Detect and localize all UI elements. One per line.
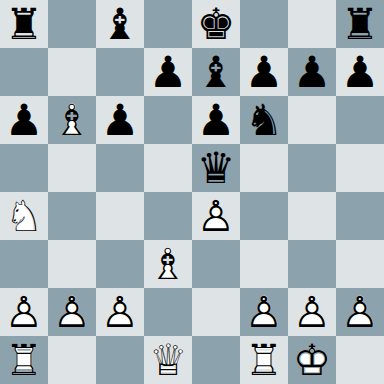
square-h7[interactable]: ♟ [336, 48, 384, 96]
piece-glyph-fill: ♚ [192, 0, 240, 48]
square-f8[interactable] [240, 0, 288, 48]
white-pawn-icon[interactable]: ♟♙ [240, 288, 288, 336]
piece-glyph-fill: ♜ [0, 0, 48, 48]
square-a6[interactable]: ♟ [0, 96, 48, 144]
square-b3[interactable] [48, 240, 96, 288]
black-rook-icon[interactable]: ♜ [336, 0, 384, 48]
square-h8[interactable]: ♜ [336, 0, 384, 48]
square-d7[interactable]: ♟ [144, 48, 192, 96]
square-g4[interactable] [288, 192, 336, 240]
white-pawn-icon[interactable]: ♟♙ [96, 288, 144, 336]
piece-glyph-outline: ♙ [336, 288, 384, 336]
square-c8[interactable]: ♝ [96, 0, 144, 48]
square-g5[interactable] [288, 144, 336, 192]
square-f6[interactable]: ♞ [240, 96, 288, 144]
square-a4[interactable]: ♞♘ [0, 192, 48, 240]
piece-glyph-fill: ♟ [288, 48, 336, 96]
piece-glyph-outline: ♖ [0, 336, 48, 384]
piece-glyph-fill: ♝ [192, 48, 240, 96]
square-g1[interactable]: ♚♔ [288, 336, 336, 384]
square-e6[interactable]: ♟ [192, 96, 240, 144]
chess-board: ♜♝♚♜♟♝♟♟♟♟♝♗♟♟♞♛♞♘♟♙♝♗♟♙♟♙♟♙♟♙♟♙♟♙♜♖♛♕♜♖… [0, 0, 384, 384]
black-bishop-icon[interactable]: ♝ [192, 48, 240, 96]
square-d3[interactable]: ♝♗ [144, 240, 192, 288]
piece-glyph-fill: ♟ [336, 48, 384, 96]
piece-glyph-fill: ♛ [192, 144, 240, 192]
white-pawn-icon[interactable]: ♟♙ [192, 192, 240, 240]
square-g7[interactable]: ♟ [288, 48, 336, 96]
white-rook-icon[interactable]: ♜♖ [240, 336, 288, 384]
square-e5[interactable]: ♛ [192, 144, 240, 192]
piece-glyph-outline: ♙ [96, 288, 144, 336]
white-rook-icon[interactable]: ♜♖ [0, 336, 48, 384]
square-b7[interactable] [48, 48, 96, 96]
piece-glyph-outline: ♕ [144, 336, 192, 384]
square-d2[interactable] [144, 288, 192, 336]
square-h6[interactable] [336, 96, 384, 144]
square-b4[interactable] [48, 192, 96, 240]
black-pawn-icon[interactable]: ♟ [96, 96, 144, 144]
square-h2[interactable]: ♟♙ [336, 288, 384, 336]
square-f3[interactable] [240, 240, 288, 288]
square-a1[interactable]: ♜♖ [0, 336, 48, 384]
square-g2[interactable]: ♟♙ [288, 288, 336, 336]
piece-glyph-fill: ♟ [96, 96, 144, 144]
piece-glyph-outline: ♙ [192, 192, 240, 240]
white-queen-icon[interactable]: ♛♕ [144, 336, 192, 384]
square-c5[interactable] [96, 144, 144, 192]
square-a2[interactable]: ♟♙ [0, 288, 48, 336]
square-a3[interactable] [0, 240, 48, 288]
white-pawn-icon[interactable]: ♟♙ [288, 288, 336, 336]
white-pawn-icon[interactable]: ♟♙ [0, 288, 48, 336]
square-d6[interactable] [144, 96, 192, 144]
piece-glyph-outline: ♘ [0, 192, 48, 240]
square-h3[interactable] [336, 240, 384, 288]
black-rook-icon[interactable]: ♜ [0, 0, 48, 48]
piece-glyph-fill: ♟ [240, 48, 288, 96]
square-f2[interactable]: ♟♙ [240, 288, 288, 336]
square-e8[interactable]: ♚ [192, 0, 240, 48]
piece-glyph-fill: ♟ [144, 48, 192, 96]
piece-glyph-outline: ♙ [240, 288, 288, 336]
white-king-icon[interactable]: ♚♔ [288, 336, 336, 384]
white-pawn-icon[interactable]: ♟♙ [336, 288, 384, 336]
square-h5[interactable] [336, 144, 384, 192]
square-d5[interactable] [144, 144, 192, 192]
black-pawn-icon[interactable]: ♟ [0, 96, 48, 144]
square-d8[interactable] [144, 0, 192, 48]
square-f5[interactable] [240, 144, 288, 192]
square-a7[interactable] [0, 48, 48, 96]
black-pawn-icon[interactable]: ♟ [336, 48, 384, 96]
square-b2[interactable]: ♟♙ [48, 288, 96, 336]
piece-glyph-outline: ♙ [288, 288, 336, 336]
square-e3[interactable] [192, 240, 240, 288]
piece-glyph-outline: ♖ [240, 336, 288, 384]
square-f7[interactable]: ♟ [240, 48, 288, 96]
white-bishop-icon[interactable]: ♝♗ [144, 240, 192, 288]
white-bishop-icon[interactable]: ♝♗ [48, 96, 96, 144]
square-c1[interactable] [96, 336, 144, 384]
square-b8[interactable] [48, 0, 96, 48]
square-b1[interactable] [48, 336, 96, 384]
black-pawn-icon[interactable]: ♟ [288, 48, 336, 96]
piece-glyph-outline: ♙ [0, 288, 48, 336]
square-g6[interactable] [288, 96, 336, 144]
black-queen-icon[interactable]: ♛ [192, 144, 240, 192]
square-c4[interactable] [96, 192, 144, 240]
square-e7[interactable]: ♝ [192, 48, 240, 96]
black-pawn-icon[interactable]: ♟ [144, 48, 192, 96]
piece-glyph-outline: ♔ [288, 336, 336, 384]
black-pawn-icon[interactable]: ♟ [240, 48, 288, 96]
black-king-icon[interactable]: ♚ [192, 0, 240, 48]
square-b5[interactable] [48, 144, 96, 192]
square-c7[interactable] [96, 48, 144, 96]
square-e2[interactable] [192, 288, 240, 336]
square-h4[interactable] [336, 192, 384, 240]
piece-glyph-outline: ♗ [48, 96, 96, 144]
black-knight-icon[interactable]: ♞ [240, 96, 288, 144]
piece-glyph-fill: ♝ [96, 0, 144, 48]
piece-glyph-fill: ♞ [240, 96, 288, 144]
black-pawn-icon[interactable]: ♟ [192, 96, 240, 144]
square-b6[interactable]: ♝♗ [48, 96, 96, 144]
black-bishop-icon[interactable]: ♝ [96, 0, 144, 48]
piece-glyph-fill: ♟ [0, 96, 48, 144]
square-a5[interactable] [0, 144, 48, 192]
piece-glyph-outline: ♗ [144, 240, 192, 288]
square-g3[interactable] [288, 240, 336, 288]
square-f1[interactable]: ♜♖ [240, 336, 288, 384]
square-e4[interactable]: ♟♙ [192, 192, 240, 240]
square-c3[interactable] [96, 240, 144, 288]
piece-glyph-outline: ♙ [48, 288, 96, 336]
square-c2[interactable]: ♟♙ [96, 288, 144, 336]
piece-glyph-fill: ♜ [336, 0, 384, 48]
square-e1[interactable] [192, 336, 240, 384]
square-d4[interactable] [144, 192, 192, 240]
white-knight-icon[interactable]: ♞♘ [0, 192, 48, 240]
square-g8[interactable] [288, 0, 336, 48]
white-pawn-icon[interactable]: ♟♙ [48, 288, 96, 336]
square-f4[interactable] [240, 192, 288, 240]
square-h1[interactable] [336, 336, 384, 384]
square-a8[interactable]: ♜ [0, 0, 48, 48]
piece-glyph-fill: ♟ [192, 96, 240, 144]
square-c6[interactable]: ♟ [96, 96, 144, 144]
square-d1[interactable]: ♛♕ [144, 336, 192, 384]
